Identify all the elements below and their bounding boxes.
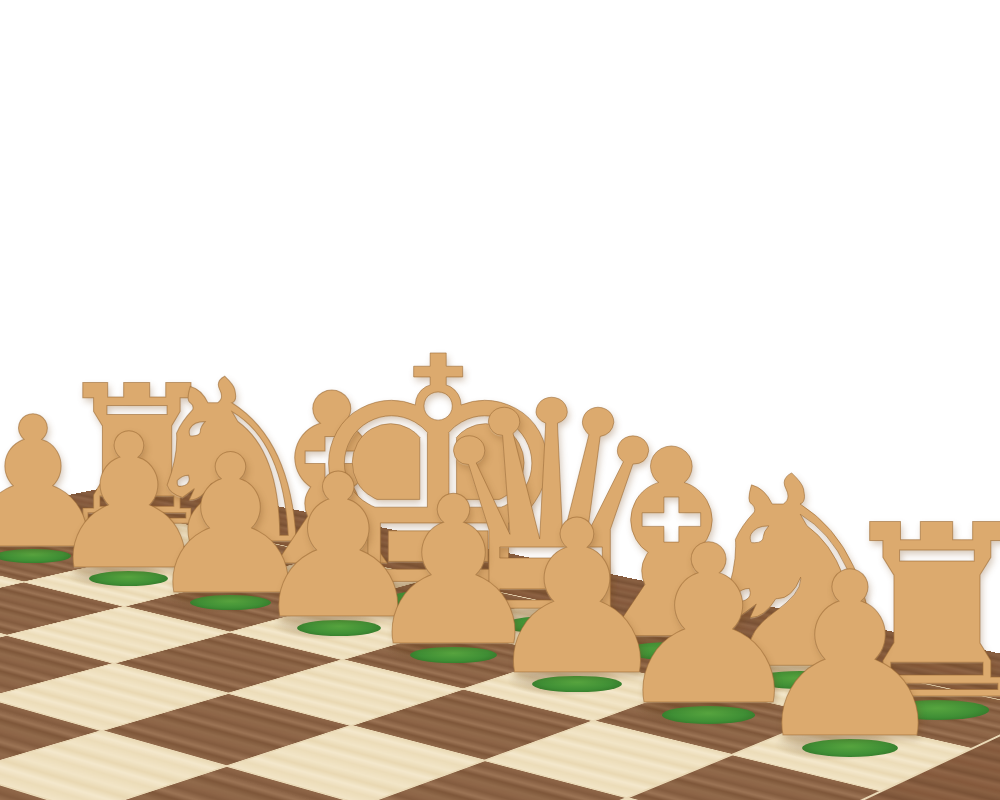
- piece-white-pawn-a2[interactable]: ♟: [748, 543, 952, 771]
- pieces-layer: ♜♞♝♚♛♝♞♜♟♟♟♟♟♟♟♟: [0, 0, 1000, 800]
- chess-set-photo: ♜♞♝♚♛♝♞♜♟♟♟♟♟♟♟♟: [0, 0, 1000, 800]
